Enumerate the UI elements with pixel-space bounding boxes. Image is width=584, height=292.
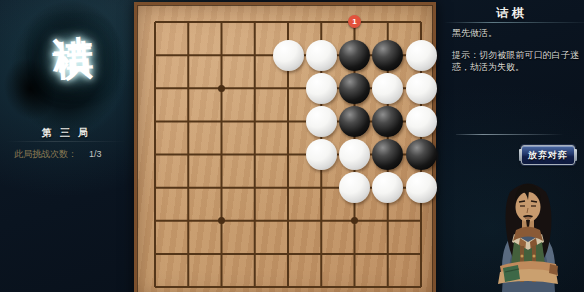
board-point[interactable] [172,72,205,105]
board-point[interactable] [238,39,271,72]
board-point[interactable] [138,171,171,204]
board-point[interactable] [172,5,205,38]
board-point[interactable] [205,270,238,292]
board-point[interactable] [271,39,304,72]
board-point[interactable] [338,237,371,270]
board-point[interactable] [172,237,205,270]
black-stone [372,139,403,170]
challenge-value: 1/3 [89,149,102,159]
board-point[interactable] [371,270,404,292]
board-point[interactable] [371,204,404,237]
challenge-counter: 此局挑战次数：1/3 [14,148,102,161]
board-point[interactable] [238,237,271,270]
board-point[interactable] [238,204,271,237]
white-stone [306,139,337,170]
board-point[interactable] [138,237,171,270]
white-stone [306,106,337,137]
black-stone [372,106,403,137]
board-point[interactable] [205,171,238,204]
board-point[interactable] [172,171,205,204]
board-point[interactable] [138,204,171,237]
board-point[interactable] [205,138,238,171]
white-stone [372,172,403,203]
board-point[interactable] [305,72,338,105]
board-point[interactable] [138,270,171,292]
black-stone [339,40,370,71]
board-point[interactable] [305,39,338,72]
board-point[interactable] [205,105,238,138]
board-point[interactable] [271,204,304,237]
board-point[interactable] [271,270,304,292]
board-point[interactable] [338,72,371,105]
board-point[interactable] [271,105,304,138]
board-point[interactable] [404,204,437,237]
character-portrait-art [474,172,584,292]
board-point[interactable] [305,270,338,292]
board-point[interactable] [305,237,338,270]
white-stone [339,139,370,170]
white-stone [273,40,304,71]
board-point[interactable] [172,270,205,292]
white-stone [306,40,337,71]
board-point[interactable] [338,138,371,171]
board-point[interactable] [172,105,205,138]
black-stone [372,40,403,71]
black-stone [339,73,370,104]
white-stone [406,73,437,104]
board-point[interactable] [271,138,304,171]
black-stone [406,139,437,170]
board-point[interactable] [305,138,338,171]
board-point[interactable] [238,72,271,105]
board-point[interactable] [138,5,171,38]
board-point[interactable] [138,138,171,171]
board-point[interactable] [271,5,304,38]
board-point[interactable] [238,5,271,38]
board-point[interactable] [172,138,205,171]
board-point[interactable] [404,270,437,292]
board-point[interactable] [338,39,371,72]
board-point[interactable] [205,237,238,270]
board-point[interactable] [404,171,437,204]
board-point[interactable] [138,39,171,72]
board-point[interactable] [172,204,205,237]
white-stone [406,40,437,71]
board-point[interactable] [305,171,338,204]
board-point[interactable] [305,105,338,138]
board-point[interactable] [238,270,271,292]
give-up-button[interactable]: 放弃对弈 [521,145,575,165]
white-stone [339,172,370,203]
board-point[interactable] [404,5,437,38]
board-point[interactable] [305,204,338,237]
board-point[interactable] [371,39,404,72]
board-point[interactable] [371,171,404,204]
board-point[interactable] [338,105,371,138]
board-point[interactable] [305,5,338,38]
board-point[interactable] [371,138,404,171]
puzzle-objective: 黑先做活。 [452,27,578,40]
black-stone [339,106,370,137]
panel-title: 诘棋 [436,5,584,22]
board-point[interactable] [338,204,371,237]
white-stone [406,106,437,137]
white-stone [406,172,437,203]
round-label: 第三局 [0,126,130,140]
board-point[interactable] [238,171,271,204]
board-point[interactable] [338,171,371,204]
board-point[interactable] [238,138,271,171]
button-divider [456,134,564,135]
board-point[interactable] [138,72,171,105]
white-stone [372,73,403,104]
board-point[interactable] [338,270,371,292]
board-point[interactable] [271,237,304,270]
character-portrait [474,172,584,292]
board-point[interactable] [404,72,437,105]
board-point[interactable] [205,5,238,38]
white-stone [306,73,337,104]
board-point[interactable] [205,39,238,72]
board-point[interactable] [271,171,304,204]
board-point[interactable] [205,72,238,105]
board-point[interactable] [205,204,238,237]
board-point[interactable] [404,237,437,270]
board-point[interactable] [138,105,171,138]
sidebar-divider [6,141,126,142]
board-point[interactable] [172,39,205,72]
go-board[interactable]: 1 [134,2,436,292]
board-point[interactable]: 1 [338,5,371,38]
board-point[interactable] [404,39,437,72]
left-sidebar: 诘棋 第三局 此局挑战次数：1/3 [0,0,134,292]
board-point[interactable] [371,5,404,38]
challenge-label: 此局挑战次数： [14,149,77,159]
board-point[interactable] [371,105,404,138]
move-marker: 1 [348,15,361,28]
board-point[interactable] [238,105,271,138]
panel-title-divider [444,22,584,23]
game-screen: 诘棋 第三局 此局挑战次数：1/3 1 诘棋 黑先做活。 提示：切勿被眼前可口的… [0,0,584,292]
board-grid: 1 [138,5,437,292]
board-point[interactable] [404,105,437,138]
board-point[interactable] [371,72,404,105]
puzzle-hint: 提示：切勿被眼前可口的白子迷惑，劫活为失败。 [452,49,579,73]
board-point[interactable] [404,138,437,171]
board-point[interactable] [371,237,404,270]
board-point[interactable] [271,72,304,105]
